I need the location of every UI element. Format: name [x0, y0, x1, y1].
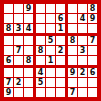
cell-r8c1[interactable]: 7 [4, 78, 13, 87]
cell-r9c1[interactable]: 9 [4, 88, 13, 97]
cell-r1c4[interactable] [36, 4, 45, 13]
cell-r7c2[interactable] [14, 68, 23, 77]
cell-r5c6[interactable]: 2 [56, 46, 65, 55]
cell-r1c7[interactable] [68, 4, 77, 13]
cell-r8c5[interactable] [46, 78, 55, 87]
cell-r1c8[interactable] [78, 4, 87, 13]
cell-r8c8[interactable] [78, 78, 87, 87]
cell-r5c7[interactable] [68, 46, 77, 55]
cell-r5c1[interactable] [4, 46, 13, 55]
cell-r3c2[interactable]: 3 [14, 24, 23, 33]
cell-r5c5[interactable] [46, 46, 55, 55]
cell-r4c8[interactable] [78, 36, 87, 45]
cell-r6c7[interactable] [68, 56, 77, 65]
cell-r1c2[interactable] [14, 4, 23, 13]
cell-r1c3[interactable]: 9 [24, 4, 33, 13]
cell-r2c5[interactable] [46, 14, 55, 23]
cell-r3c8[interactable] [78, 24, 87, 33]
cell-r8c4[interactable]: 5 [36, 78, 45, 87]
cell-r5c8[interactable]: 3 [78, 46, 87, 55]
cell-r4c6[interactable] [56, 36, 65, 45]
cell-r7c1[interactable] [4, 68, 13, 77]
cell-r5c4[interactable]: 8 [36, 46, 45, 55]
cell-r9c2[interactable] [14, 88, 23, 97]
cell-r6c2[interactable] [14, 56, 23, 65]
cell-r6c9[interactable] [88, 56, 97, 65]
cell-r9c3[interactable] [24, 88, 33, 97]
cell-r8c7[interactable] [68, 78, 77, 87]
cell-r2c4[interactable] [36, 14, 45, 23]
cell-r4c7[interactable]: 8 [68, 36, 77, 45]
cell-r8c9[interactable] [88, 78, 97, 87]
cell-r5c2[interactable]: 7 [14, 46, 23, 55]
cell-r3c7[interactable] [68, 24, 77, 33]
cell-r3c6[interactable]: 1 [56, 24, 65, 33]
cell-r9c6[interactable] [56, 88, 65, 97]
cell-r6c4[interactable] [36, 56, 45, 65]
cell-r9c9[interactable] [88, 88, 97, 97]
cell-r1c5[interactable] [46, 4, 55, 13]
cell-r8c3[interactable] [24, 78, 33, 87]
cell-r1c1[interactable] [4, 4, 13, 13]
cell-r4c5[interactable]: 5 [46, 36, 55, 45]
cell-r7c6[interactable] [56, 68, 65, 77]
cell-r2c8[interactable]: 4 [78, 14, 87, 23]
cell-r5c3[interactable] [24, 46, 33, 55]
cell-r6c8[interactable] [78, 56, 87, 65]
cell-r3c5[interactable] [46, 24, 55, 33]
cell-r7c5[interactable] [46, 68, 55, 77]
cell-r3c9[interactable] [88, 24, 97, 33]
cell-r9c7[interactable]: 7 [68, 88, 77, 97]
cell-r5c9[interactable] [88, 46, 97, 55]
cell-r8c2[interactable]: 2 [14, 78, 23, 87]
cell-r4c2[interactable] [14, 36, 23, 45]
cell-r7c8[interactable]: 2 [78, 68, 87, 77]
cell-r2c7[interactable] [68, 14, 77, 23]
cell-r4c9[interactable]: 7 [88, 36, 97, 45]
cell-r7c4[interactable]: 4 [36, 68, 45, 77]
cell-r6c3[interactable]: 8 [24, 56, 33, 65]
cell-r4c1[interactable] [4, 36, 13, 45]
cell-r3c3[interactable]: 4 [24, 24, 33, 33]
cell-r6c5[interactable]: 1 [46, 56, 55, 65]
cell-r3c4[interactable] [36, 24, 45, 33]
cell-r9c8[interactable] [78, 88, 87, 97]
cell-r2c2[interactable] [14, 14, 23, 23]
cell-r3c1[interactable]: 8 [4, 24, 13, 33]
cell-r4c4[interactable] [36, 36, 45, 45]
cell-r9c5[interactable] [46, 88, 55, 97]
cell-r6c6[interactable] [56, 56, 65, 65]
cell-r8c6[interactable] [56, 78, 65, 87]
cell-r9c4[interactable] [36, 88, 45, 97]
cell-r7c9[interactable]: 6 [88, 68, 97, 77]
cell-r7c7[interactable]: 9 [68, 68, 77, 77]
sudoku-board: 9864983415877823681492672597 [0, 0, 101, 101]
cell-r2c6[interactable]: 6 [56, 14, 65, 23]
cell-r6c1[interactable]: 6 [4, 56, 13, 65]
cell-r2c3[interactable] [24, 14, 33, 23]
cell-r7c3[interactable] [24, 68, 33, 77]
cell-r4c3[interactable] [24, 36, 33, 45]
cell-r2c1[interactable] [4, 14, 13, 23]
cell-r1c6[interactable] [56, 4, 65, 13]
cell-r2c9[interactable]: 9 [88, 14, 97, 23]
cell-r1c9[interactable]: 8 [88, 4, 97, 13]
